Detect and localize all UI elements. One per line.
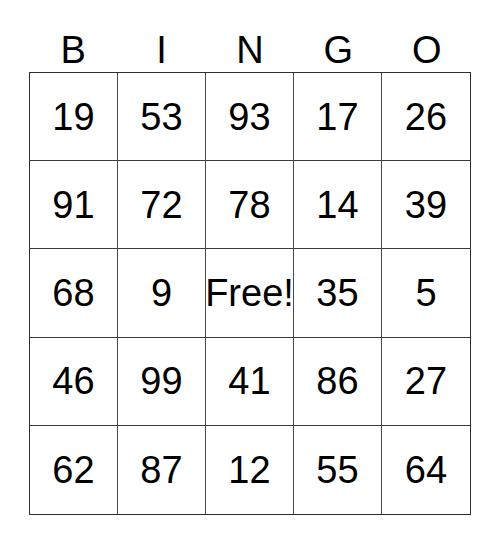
bingo-header-row: B I N G O: [29, 0, 471, 72]
bingo-cell-r5c3[interactable]: 12: [206, 426, 294, 514]
bingo-cell-r2c1[interactable]: 91: [30, 161, 118, 249]
bingo-cell-r1c4[interactable]: 17: [294, 73, 382, 161]
bingo-cell-r5c5[interactable]: 64: [382, 426, 470, 514]
header-letter-o: O: [383, 31, 471, 72]
bingo-cell-r1c2[interactable]: 53: [118, 73, 206, 161]
bingo-cell-r2c5[interactable]: 39: [382, 161, 470, 249]
header-letter-i: I: [117, 31, 205, 72]
bingo-grid: 19 53 93 17 26 91 72 78 14 39 68 9 Free!…: [29, 72, 471, 515]
bingo-cell-r4c2[interactable]: 99: [118, 338, 206, 426]
bingo-cell-r5c4[interactable]: 55: [294, 426, 382, 514]
bingo-cell-r5c1[interactable]: 62: [30, 426, 118, 514]
bingo-free-cell[interactable]: Free!: [206, 249, 294, 337]
bingo-cell-r3c2[interactable]: 9: [118, 249, 206, 337]
bingo-cell-r1c1[interactable]: 19: [30, 73, 118, 161]
bingo-cell-r4c5[interactable]: 27: [382, 338, 470, 426]
bingo-cell-r2c4[interactable]: 14: [294, 161, 382, 249]
header-letter-b: B: [29, 31, 117, 72]
bingo-cell-r1c3[interactable]: 93: [206, 73, 294, 161]
bingo-cell-r2c3[interactable]: 78: [206, 161, 294, 249]
bingo-cell-r1c5[interactable]: 26: [382, 73, 470, 161]
bingo-cell-r3c4[interactable]: 35: [294, 249, 382, 337]
bingo-cell-r4c3[interactable]: 41: [206, 338, 294, 426]
bingo-cell-r3c5[interactable]: 5: [382, 249, 470, 337]
bingo-cell-r4c1[interactable]: 46: [30, 338, 118, 426]
header-letter-n: N: [206, 31, 294, 72]
header-letter-g: G: [294, 31, 382, 72]
bingo-cell-r3c1[interactable]: 68: [30, 249, 118, 337]
bingo-cell-r5c2[interactable]: 87: [118, 426, 206, 514]
bingo-cell-r2c2[interactable]: 72: [118, 161, 206, 249]
bingo-card: B I N G O 19 53 93 17 26 91 72 78 14 39 …: [29, 0, 471, 515]
bingo-cell-r4c4[interactable]: 86: [294, 338, 382, 426]
